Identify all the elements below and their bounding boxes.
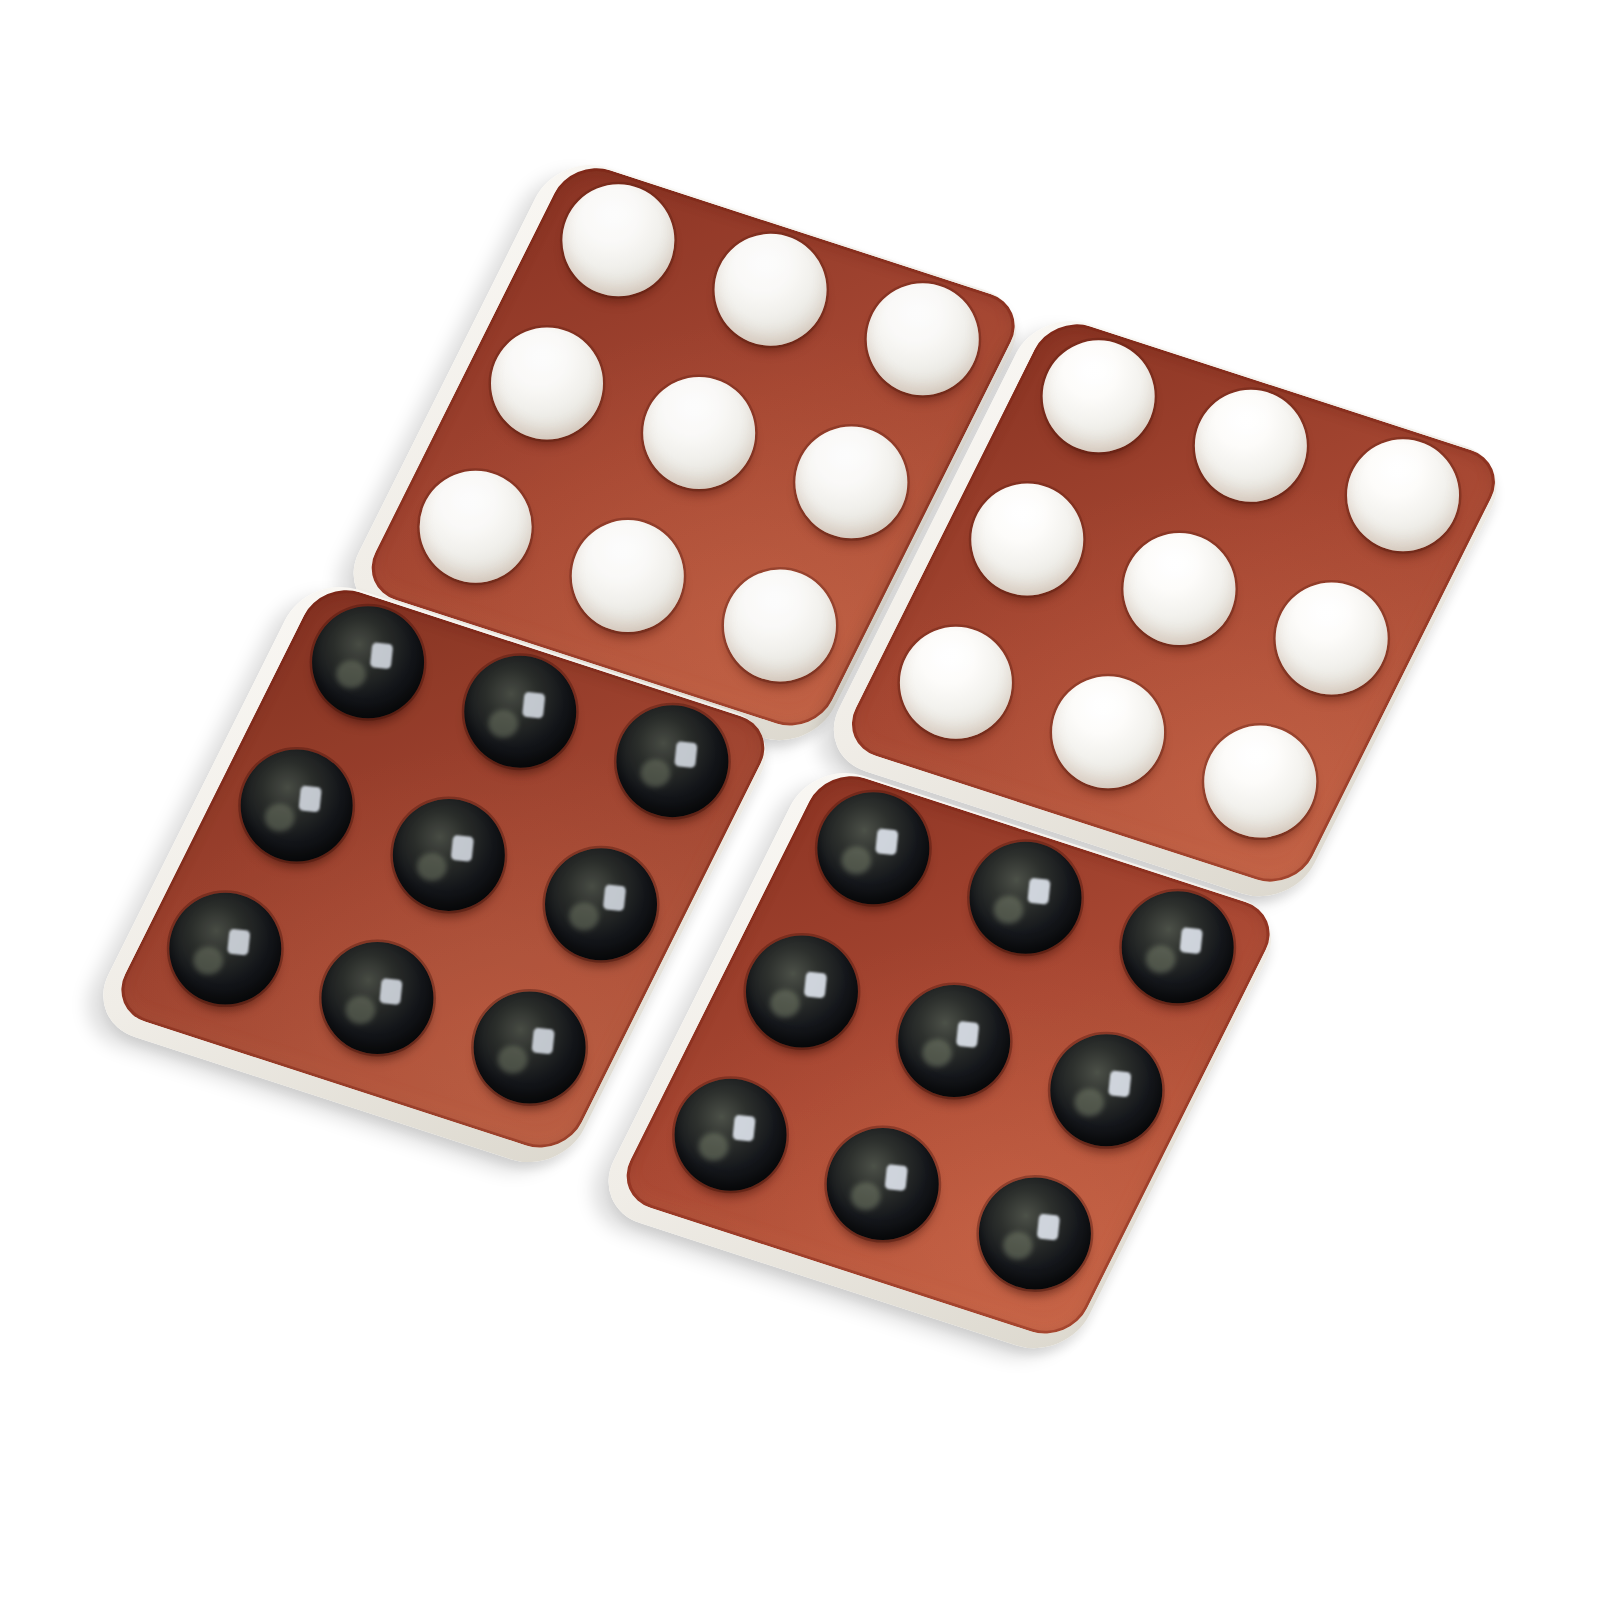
specular-highlight <box>741 245 793 283</box>
marble-white[interactable] <box>1195 390 1307 502</box>
soft-reflection-highlight <box>193 946 223 974</box>
soft-reflection-highlight <box>698 1132 728 1160</box>
window-reflection-highlight <box>885 1164 909 1191</box>
window-reflection-highlight <box>370 642 394 669</box>
marble-black[interactable] <box>827 1128 939 1240</box>
soft-reflection-highlight <box>336 660 366 688</box>
marble-white[interactable] <box>562 184 674 296</box>
soft-reflection-highlight <box>345 996 375 1024</box>
pentago-board-photo <box>0 0 1600 1600</box>
marble-white[interactable] <box>900 627 1012 739</box>
soft-reflection-highlight <box>264 803 294 831</box>
window-reflection-highlight <box>522 692 546 719</box>
specular-highlight <box>1070 352 1122 390</box>
soft-reflection-highlight <box>1145 945 1175 973</box>
window-reflection-highlight <box>299 785 323 812</box>
soft-reflection-highlight <box>769 989 799 1017</box>
marble-white[interactable] <box>643 377 755 489</box>
marble-black[interactable] <box>169 893 281 1005</box>
marble-black[interactable] <box>474 992 586 1104</box>
marble-black[interactable] <box>817 792 929 904</box>
marble-white[interactable] <box>795 426 907 538</box>
soft-reflection-highlight <box>922 1039 952 1067</box>
marble-black[interactable] <box>616 705 728 817</box>
window-reflection-highlight <box>733 1115 757 1142</box>
specular-highlight <box>1222 401 1274 439</box>
specular-highlight <box>599 531 651 569</box>
specular-highlight <box>1303 594 1355 632</box>
marble-white[interactable] <box>1052 676 1164 788</box>
window-reflection-highlight <box>603 884 627 911</box>
specular-highlight <box>518 339 570 377</box>
window-reflection-highlight <box>956 1021 980 1048</box>
marble-black[interactable] <box>393 799 505 911</box>
soft-reflection-highlight <box>488 709 518 737</box>
specular-highlight <box>1079 687 1131 725</box>
soft-reflection-highlight <box>569 902 599 930</box>
marble-white[interactable] <box>1123 533 1235 645</box>
marble-white[interactable] <box>491 327 603 439</box>
specular-highlight <box>446 482 498 520</box>
window-reflection-highlight <box>1180 927 1204 954</box>
marble-white[interactable] <box>971 484 1083 596</box>
soft-reflection-highlight <box>841 846 871 874</box>
soft-reflection-highlight <box>416 853 446 881</box>
specular-highlight <box>998 495 1050 533</box>
window-reflection-highlight <box>875 828 899 855</box>
marble-white[interactable] <box>572 520 684 632</box>
marble-black[interactable] <box>675 1079 787 1191</box>
marble-black[interactable] <box>241 749 353 861</box>
window-reflection-highlight <box>804 971 828 998</box>
soft-reflection-highlight <box>850 1182 880 1210</box>
specular-highlight <box>670 388 722 426</box>
specular-highlight <box>894 294 946 332</box>
window-reflection-highlight <box>1108 1070 1132 1097</box>
marble-black[interactable] <box>545 848 657 960</box>
marble-black[interactable] <box>1122 891 1234 1003</box>
window-reflection-highlight <box>380 978 404 1005</box>
marble-white[interactable] <box>715 234 827 346</box>
marble-black[interactable] <box>898 985 1010 1097</box>
specular-highlight <box>751 581 803 619</box>
specular-highlight <box>1150 544 1202 582</box>
window-reflection-highlight <box>451 835 475 862</box>
window-reflection-highlight <box>227 929 251 956</box>
soft-reflection-highlight <box>497 1045 527 1073</box>
specular-highlight <box>1231 737 1283 775</box>
marble-black[interactable] <box>746 935 858 1047</box>
marble-white[interactable] <box>1204 726 1316 838</box>
soft-reflection-highlight <box>993 895 1023 923</box>
window-reflection-highlight <box>532 1027 556 1054</box>
marble-white[interactable] <box>1347 439 1459 551</box>
window-reflection-highlight <box>1037 1213 1061 1240</box>
marble-black[interactable] <box>1050 1034 1162 1146</box>
specular-highlight <box>1374 450 1426 488</box>
soft-reflection-highlight <box>1002 1231 1032 1259</box>
specular-highlight <box>927 638 979 676</box>
window-reflection-highlight <box>1028 878 1052 905</box>
specular-highlight <box>822 438 874 476</box>
marble-black[interactable] <box>979 1178 1091 1290</box>
marble-white[interactable] <box>724 570 836 682</box>
soft-reflection-highlight <box>640 759 670 787</box>
soft-reflection-highlight <box>1074 1088 1104 1116</box>
window-reflection-highlight <box>675 741 699 768</box>
marble-white[interactable] <box>867 283 979 395</box>
marble-white[interactable] <box>1276 582 1388 694</box>
marble-white[interactable] <box>420 471 532 583</box>
marble-white[interactable] <box>1043 340 1155 452</box>
marble-black[interactable] <box>312 606 424 718</box>
specular-highlight <box>589 196 641 234</box>
marble-black[interactable] <box>321 942 433 1054</box>
marble-black[interactable] <box>464 656 576 768</box>
marble-black[interactable] <box>970 842 1082 954</box>
